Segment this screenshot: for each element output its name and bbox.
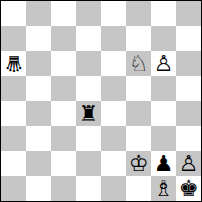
square-g7[interactable] bbox=[151, 26, 176, 51]
square-a1[interactable] bbox=[1, 176, 26, 201]
square-b1[interactable] bbox=[26, 176, 51, 201]
square-a3[interactable] bbox=[1, 126, 26, 151]
square-h3[interactable] bbox=[176, 126, 201, 151]
square-h4[interactable] bbox=[176, 101, 201, 126]
square-a5[interactable] bbox=[1, 76, 26, 101]
square-c1[interactable] bbox=[51, 176, 76, 201]
square-c7[interactable] bbox=[51, 26, 76, 51]
square-f8[interactable] bbox=[126, 1, 151, 26]
square-a7[interactable] bbox=[1, 26, 26, 51]
black-rook-piece-d4: ♜ bbox=[79, 101, 99, 126]
square-g8[interactable] bbox=[151, 1, 176, 26]
square-b7[interactable] bbox=[26, 26, 51, 51]
square-d1[interactable] bbox=[76, 176, 101, 201]
square-a4[interactable] bbox=[1, 101, 26, 126]
square-c4[interactable] bbox=[51, 101, 76, 126]
square-e8[interactable] bbox=[101, 1, 126, 26]
white-knight-piece-f6: ♘ bbox=[129, 51, 149, 76]
black-pawn-piece-g2: ♟ bbox=[154, 151, 174, 176]
square-c8[interactable] bbox=[51, 1, 76, 26]
square-a8[interactable] bbox=[1, 1, 26, 26]
square-f5[interactable] bbox=[126, 76, 151, 101]
square-b4[interactable] bbox=[26, 101, 51, 126]
square-e3[interactable] bbox=[101, 126, 126, 151]
square-e6[interactable] bbox=[101, 51, 126, 76]
square-a6[interactable]: ♛ bbox=[1, 51, 26, 76]
square-g6[interactable]: ♙ bbox=[151, 51, 176, 76]
square-e2[interactable] bbox=[101, 151, 126, 176]
square-e5[interactable] bbox=[101, 76, 126, 101]
square-g2[interactable]: ♟ bbox=[151, 151, 176, 176]
white-king-piece-f2: ♔ bbox=[129, 151, 149, 176]
square-c3[interactable] bbox=[51, 126, 76, 151]
square-e7[interactable] bbox=[101, 26, 126, 51]
white-bishop-piece-g1: ♗ bbox=[154, 176, 174, 201]
square-d2[interactable] bbox=[76, 151, 101, 176]
black-king-piece-h1: ♚ bbox=[179, 176, 199, 201]
square-g4[interactable] bbox=[151, 101, 176, 126]
white-pawn-piece-h2: ♙ bbox=[179, 151, 199, 176]
square-d5[interactable] bbox=[76, 76, 101, 101]
square-d7[interactable] bbox=[76, 26, 101, 51]
square-f7[interactable] bbox=[126, 26, 151, 51]
square-g5[interactable] bbox=[151, 76, 176, 101]
square-g1[interactable]: ♗ bbox=[151, 176, 176, 201]
square-b5[interactable] bbox=[26, 76, 51, 101]
square-f6[interactable]: ♘ bbox=[126, 51, 151, 76]
square-d3[interactable] bbox=[76, 126, 101, 151]
square-d8[interactable] bbox=[76, 1, 101, 26]
white-pawn-piece-g6: ♙ bbox=[154, 51, 174, 76]
square-d4[interactable]: ♜ bbox=[76, 101, 101, 126]
square-b2[interactable] bbox=[26, 151, 51, 176]
square-e4[interactable] bbox=[101, 101, 126, 126]
square-b8[interactable] bbox=[26, 1, 51, 26]
square-f1[interactable] bbox=[126, 176, 151, 201]
square-e1[interactable] bbox=[101, 176, 126, 201]
square-f4[interactable] bbox=[126, 101, 151, 126]
chess-diagram: ♛♘♙♜♔♟♙♗♚ bbox=[0, 0, 202, 202]
square-h2[interactable]: ♙ bbox=[176, 151, 201, 176]
square-h6[interactable] bbox=[176, 51, 201, 76]
square-c6[interactable] bbox=[51, 51, 76, 76]
square-h7[interactable] bbox=[176, 26, 201, 51]
square-f2[interactable]: ♔ bbox=[126, 151, 151, 176]
square-d6[interactable] bbox=[76, 51, 101, 76]
square-h1[interactable]: ♚ bbox=[176, 176, 201, 201]
square-c5[interactable] bbox=[51, 76, 76, 101]
square-b6[interactable] bbox=[26, 51, 51, 76]
chessboard: ♛♘♙♜♔♟♙♗♚ bbox=[0, 0, 202, 202]
square-a2[interactable] bbox=[1, 151, 26, 176]
square-f3[interactable] bbox=[126, 126, 151, 151]
square-b3[interactable] bbox=[26, 126, 51, 151]
square-c2[interactable] bbox=[51, 151, 76, 176]
square-h5[interactable] bbox=[176, 76, 201, 101]
square-h8[interactable] bbox=[176, 1, 201, 26]
black-grasshopper-inverted-queen-piece-a6: ♛ bbox=[4, 51, 24, 76]
square-g3[interactable] bbox=[151, 126, 176, 151]
